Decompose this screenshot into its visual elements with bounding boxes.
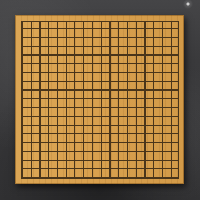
board-intersections[interactable] [17,17,183,183]
row-coordinates [3,17,13,183]
column-coordinates [17,7,183,15]
go-board[interactable] [15,15,184,184]
screenshot-root: { "game": "go", "board": { "size": 19, "… [0,0,200,200]
